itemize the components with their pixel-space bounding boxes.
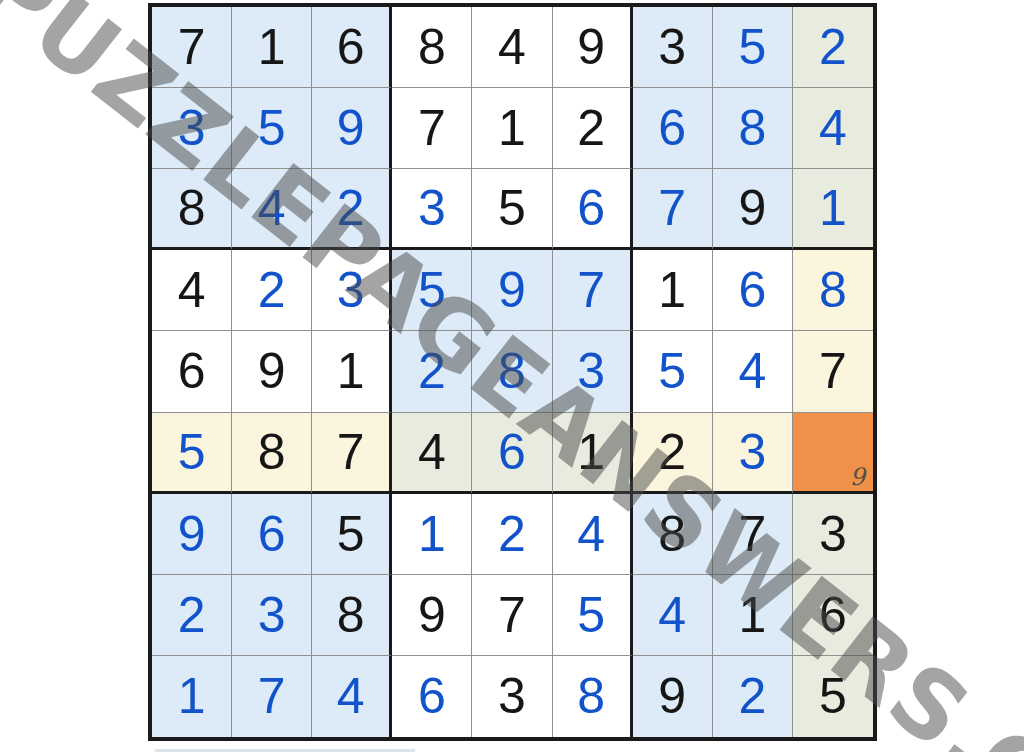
cell-r8c3[interactable]: 8 (312, 575, 392, 656)
given-digit: 1 (577, 427, 605, 477)
cell-r4c7[interactable]: 1 (633, 250, 713, 331)
cell-r5c7[interactable]: 5 (633, 331, 713, 412)
cell-r2c1[interactable]: 3 (152, 88, 232, 169)
given-digit: 6 (819, 590, 847, 640)
solved-digit: 6 (577, 183, 605, 233)
solved-digit: 4 (258, 183, 286, 233)
given-digit: 8 (418, 22, 446, 72)
given-digit: 7 (819, 346, 847, 396)
cell-r2c3[interactable]: 9 (312, 88, 392, 169)
solved-digit: 3 (258, 590, 286, 640)
cell-r5c3[interactable]: 1 (312, 331, 392, 412)
solved-digit: 5 (577, 590, 605, 640)
given-digit: 2 (577, 103, 605, 153)
given-digit: 9 (577, 22, 605, 72)
given-digit: 9 (418, 590, 446, 640)
cell-r5c6[interactable]: 3 (553, 331, 633, 412)
cell-r4c2[interactable]: 2 (232, 250, 312, 331)
cell-r5c8[interactable]: 4 (713, 331, 793, 412)
solved-digit: 2 (819, 22, 847, 72)
pencil-mark: 9 (850, 465, 865, 489)
solved-digit: 6 (658, 103, 686, 153)
sudoku-page: 7168493523597126848423567914235971686912… (0, 0, 1024, 752)
cell-r4c8[interactable]: 6 (713, 250, 793, 331)
solved-digit: 1 (178, 671, 206, 721)
given-digit: 8 (258, 427, 286, 477)
cell-r7c9[interactable]: 3 (793, 494, 873, 575)
solved-digit: 3 (178, 103, 206, 153)
cell-r5c1[interactable]: 6 (152, 331, 232, 412)
solved-digit: 6 (258, 509, 286, 559)
solved-digit: 3 (577, 346, 605, 396)
given-digit: 5 (337, 509, 365, 559)
given-digit: 6 (337, 22, 365, 72)
cell-r9c3[interactable]: 4 (312, 656, 392, 737)
cell-r3c4[interactable]: 3 (392, 169, 472, 250)
given-digit: 1 (658, 265, 686, 315)
given-digit: 7 (498, 590, 526, 640)
given-digit: 1 (337, 346, 365, 396)
cell-r4c1[interactable]: 4 (152, 250, 232, 331)
cell-r9c7[interactable]: 9 (633, 656, 713, 737)
cell-r5c4[interactable]: 2 (392, 331, 472, 412)
cell-r9c9[interactable]: 5 (793, 656, 873, 737)
cell-r3c1[interactable]: 8 (152, 169, 232, 250)
cell-r2c7[interactable]: 6 (633, 88, 713, 169)
solved-digit: 3 (418, 183, 446, 233)
solved-digit: 7 (258, 671, 286, 721)
cell-r2c4[interactable]: 7 (392, 88, 472, 169)
sudoku-board: 7168493523597126848423567914235971686912… (148, 3, 877, 741)
solved-digit: 6 (738, 265, 766, 315)
cell-r1c7[interactable]: 3 (633, 7, 713, 88)
given-digit: 1 (498, 103, 526, 153)
solved-digit: 2 (498, 509, 526, 559)
cell-r1c5[interactable]: 4 (472, 7, 552, 88)
solved-digit: 8 (577, 671, 605, 721)
cell-r8c2[interactable]: 3 (232, 575, 312, 656)
solved-digit: 5 (178, 427, 206, 477)
cell-r8c6[interactable]: 5 (553, 575, 633, 656)
given-digit: 3 (658, 22, 686, 72)
cell-r6c7[interactable]: 2 (633, 413, 713, 494)
given-digit: 6 (178, 346, 206, 396)
solved-digit: 5 (738, 22, 766, 72)
given-digit: 8 (178, 183, 206, 233)
cell-r8c1[interactable]: 2 (152, 575, 232, 656)
cell-r1c8[interactable]: 5 (713, 7, 793, 88)
given-digit: 3 (819, 509, 847, 559)
cell-r3c5[interactable]: 5 (472, 169, 552, 250)
cell-r1c1[interactable]: 7 (152, 7, 232, 88)
given-digit: 1 (738, 590, 766, 640)
given-digit: 2 (658, 427, 686, 477)
solved-digit: 2 (738, 671, 766, 721)
cell-r9c4[interactable]: 6 (392, 656, 472, 737)
cell-r3c6[interactable]: 6 (553, 169, 633, 250)
cell-r6c9[interactable]: 9 (793, 413, 873, 494)
cell-r1c2[interactable]: 1 (232, 7, 312, 88)
solved-digit: 9 (498, 265, 526, 315)
solved-digit: 8 (738, 103, 766, 153)
cell-r7c8[interactable]: 7 (713, 494, 793, 575)
cell-r3c9[interactable]: 1 (793, 169, 873, 250)
given-digit: 5 (819, 671, 847, 721)
given-digit: 7 (738, 509, 766, 559)
cell-r7c4[interactable]: 1 (392, 494, 472, 575)
cell-r8c5[interactable]: 7 (472, 575, 552, 656)
cell-r4c4[interactable]: 5 (392, 250, 472, 331)
solved-digit: 9 (337, 103, 365, 153)
cell-r5c5[interactable]: 8 (472, 331, 552, 412)
solved-digit: 4 (577, 509, 605, 559)
given-digit: 9 (658, 671, 686, 721)
given-digit: 1 (258, 22, 286, 72)
cell-r1c9[interactable]: 2 (793, 7, 873, 88)
cell-r3c2[interactable]: 4 (232, 169, 312, 250)
solved-digit: 7 (577, 265, 605, 315)
given-digit: 8 (658, 509, 686, 559)
cell-r7c6[interactable]: 4 (553, 494, 633, 575)
cell-r9c8[interactable]: 2 (713, 656, 793, 737)
solved-digit: 7 (658, 183, 686, 233)
cell-r6c2[interactable]: 8 (232, 413, 312, 494)
cell-r2c8[interactable]: 8 (713, 88, 793, 169)
cell-r2c2[interactable]: 5 (232, 88, 312, 169)
given-digit: 7 (337, 427, 365, 477)
cell-r3c7[interactable]: 7 (633, 169, 713, 250)
cell-r9c6[interactable]: 8 (553, 656, 633, 737)
cell-r6c8[interactable]: 3 (713, 413, 793, 494)
given-digit: 3 (498, 671, 526, 721)
solved-digit: 1 (418, 509, 446, 559)
cell-r9c2[interactable]: 7 (232, 656, 312, 737)
solved-digit: 4 (658, 590, 686, 640)
solved-digit: 5 (418, 265, 446, 315)
cell-r7c1[interactable]: 9 (152, 494, 232, 575)
cell-r6c3[interactable]: 7 (312, 413, 392, 494)
solved-digit: 4 (337, 671, 365, 721)
cell-r9c1[interactable]: 1 (152, 656, 232, 737)
given-digit: 9 (738, 183, 766, 233)
cell-r4c3[interactable]: 3 (312, 250, 392, 331)
given-digit: 4 (178, 265, 206, 315)
solved-digit: 6 (498, 427, 526, 477)
solved-digit: 8 (498, 346, 526, 396)
solved-digit: 4 (738, 346, 766, 396)
given-digit: 4 (418, 427, 446, 477)
given-digit: 4 (498, 22, 526, 72)
solved-digit: 5 (658, 346, 686, 396)
cell-r9c5[interactable]: 3 (472, 656, 552, 737)
solved-digit: 2 (178, 590, 206, 640)
solved-digit: 2 (418, 346, 446, 396)
cell-r2c5[interactable]: 1 (472, 88, 552, 169)
cell-r6c1[interactable]: 5 (152, 413, 232, 494)
cell-r4c5[interactable]: 9 (472, 250, 552, 331)
cell-r6c5[interactable]: 6 (472, 413, 552, 494)
solved-digit: 5 (258, 103, 286, 153)
cell-r6c4[interactable]: 4 (392, 413, 472, 494)
given-digit: 7 (178, 22, 206, 72)
cell-r7c3[interactable]: 5 (312, 494, 392, 575)
given-digit: 8 (337, 590, 365, 640)
solved-digit: 2 (337, 183, 365, 233)
cell-r1c4[interactable]: 8 (392, 7, 472, 88)
cell-r8c9[interactable]: 6 (793, 575, 873, 656)
cell-r5c9[interactable]: 7 (793, 331, 873, 412)
cell-r8c8[interactable]: 1 (713, 575, 793, 656)
cell-r4c6[interactable]: 7 (553, 250, 633, 331)
cell-r8c7[interactable]: 4 (633, 575, 713, 656)
given-digit: 7 (418, 103, 446, 153)
cell-r1c6[interactable]: 9 (553, 7, 633, 88)
solved-digit: 4 (819, 103, 847, 153)
cell-r8c4[interactable]: 9 (392, 575, 472, 656)
solved-digit: 9 (178, 509, 206, 559)
given-digit: 9 (258, 346, 286, 396)
cell-r5c2[interactable]: 9 (232, 331, 312, 412)
cell-r3c3[interactable]: 2 (312, 169, 392, 250)
solved-digit: 8 (819, 265, 847, 315)
cell-r6c6[interactable]: 1 (553, 413, 633, 494)
cell-r3c8[interactable]: 9 (713, 169, 793, 250)
cell-r7c2[interactable]: 6 (232, 494, 312, 575)
cell-r2c6[interactable]: 2 (553, 88, 633, 169)
solved-digit: 2 (258, 265, 286, 315)
cell-r2c9[interactable]: 4 (793, 88, 873, 169)
solved-digit: 3 (337, 265, 365, 315)
given-digit: 5 (498, 183, 526, 233)
solved-digit: 3 (738, 427, 766, 477)
cell-r1c3[interactable]: 6 (312, 7, 392, 88)
cell-r7c7[interactable]: 8 (633, 494, 713, 575)
cell-r7c5[interactable]: 2 (472, 494, 552, 575)
solved-digit: 1 (819, 183, 847, 233)
cell-r4c9[interactable]: 8 (793, 250, 873, 331)
solved-digit: 6 (418, 671, 446, 721)
